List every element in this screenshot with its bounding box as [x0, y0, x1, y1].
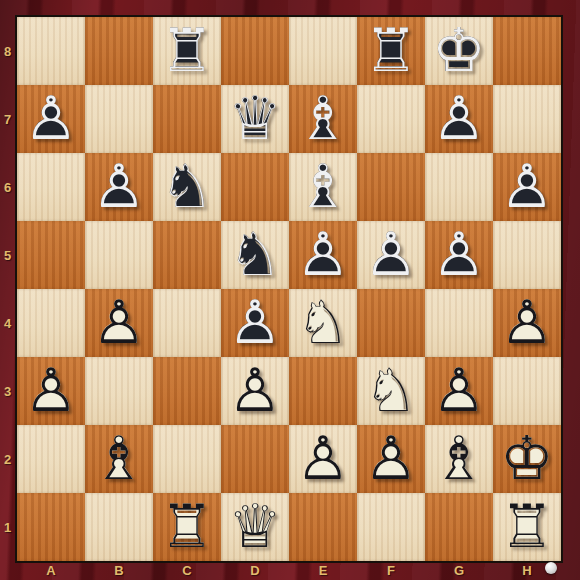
- piece-outline-glyph: ♙: [221, 357, 289, 425]
- square-g2[interactable]: ♝♗: [425, 425, 493, 493]
- square-f7[interactable]: [357, 85, 425, 153]
- square-h6[interactable]: ♟♙: [493, 153, 561, 221]
- piece-white-pawn[interactable]: ♟♙: [221, 357, 289, 425]
- square-g5[interactable]: ♟♙: [425, 221, 493, 289]
- square-h2[interactable]: ♚♔: [493, 425, 561, 493]
- square-c2[interactable]: [153, 425, 221, 493]
- square-c5[interactable]: [153, 221, 221, 289]
- piece-black-pawn[interactable]: ♟♙: [221, 289, 289, 357]
- piece-outline-glyph: ♖: [357, 17, 425, 85]
- piece-black-rook[interactable]: ♜♖: [357, 17, 425, 85]
- square-d3[interactable]: ♟♙: [221, 357, 289, 425]
- square-b7[interactable]: [85, 85, 153, 153]
- square-g8[interactable]: ♚♔: [425, 17, 493, 85]
- piece-white-bishop[interactable]: ♝♗: [85, 425, 153, 493]
- rank-label-6: 6: [0, 153, 15, 221]
- piece-outline-glyph: ♙: [493, 153, 561, 221]
- file-label-f: F: [357, 561, 425, 580]
- square-a3[interactable]: ♟♙: [17, 357, 85, 425]
- square-h1[interactable]: ♜♖: [493, 493, 561, 561]
- piece-outline-glyph: ♖: [153, 17, 221, 85]
- piece-black-pawn[interactable]: ♟♙: [425, 85, 493, 153]
- piece-black-knight[interactable]: ♞♘: [221, 221, 289, 289]
- piece-outline-glyph: ♙: [17, 85, 85, 153]
- piece-outline-glyph: ♔: [425, 17, 493, 85]
- square-a4[interactable]: [17, 289, 85, 357]
- piece-black-pawn[interactable]: ♟♙: [85, 153, 153, 221]
- file-label-c: C: [153, 561, 221, 580]
- piece-outline-glyph: ♗: [85, 425, 153, 493]
- file-label-e: E: [289, 561, 357, 580]
- square-g3[interactable]: ♟♙: [425, 357, 493, 425]
- square-e4[interactable]: ♞♘: [289, 289, 357, 357]
- square-a8[interactable]: [17, 17, 85, 85]
- piece-outline-glyph: ♙: [425, 357, 493, 425]
- piece-white-pawn[interactable]: ♟♙: [289, 425, 357, 493]
- square-b3[interactable]: [85, 357, 153, 425]
- piece-white-rook[interactable]: ♜♖: [153, 493, 221, 561]
- piece-white-knight[interactable]: ♞♘: [357, 357, 425, 425]
- square-g1[interactable]: [425, 493, 493, 561]
- square-h5[interactable]: [493, 221, 561, 289]
- rank-label-3: 3: [0, 357, 15, 425]
- piece-outline-glyph: ♘: [357, 357, 425, 425]
- square-c8[interactable]: ♜♖: [153, 17, 221, 85]
- piece-black-pawn[interactable]: ♟♙: [493, 153, 561, 221]
- square-c3[interactable]: [153, 357, 221, 425]
- square-c4[interactable]: [153, 289, 221, 357]
- piece-white-pawn[interactable]: ♟♙: [357, 425, 425, 493]
- square-f8[interactable]: ♜♖: [357, 17, 425, 85]
- piece-outline-glyph: ♔: [493, 425, 561, 493]
- square-b1[interactable]: [85, 493, 153, 561]
- square-e7[interactable]: ♝♗: [289, 85, 357, 153]
- piece-outline-glyph: ♙: [357, 221, 425, 289]
- piece-white-knight[interactable]: ♞♘: [289, 289, 357, 357]
- piece-black-pawn[interactable]: ♟♙: [357, 221, 425, 289]
- square-e8[interactable]: [289, 17, 357, 85]
- square-d8[interactable]: [221, 17, 289, 85]
- rank-label-1: 1: [0, 493, 15, 561]
- square-h8[interactable]: [493, 17, 561, 85]
- file-label-a: A: [17, 561, 85, 580]
- piece-outline-glyph: ♙: [17, 357, 85, 425]
- square-c6[interactable]: ♞♘: [153, 153, 221, 221]
- file-label-d: D: [221, 561, 289, 580]
- square-a1[interactable]: [17, 493, 85, 561]
- rank-label-8: 8: [0, 17, 15, 85]
- square-b4[interactable]: ♟♙: [85, 289, 153, 357]
- piece-outline-glyph: ♙: [425, 85, 493, 153]
- piece-black-pawn[interactable]: ♟♙: [17, 85, 85, 153]
- piece-outline-glyph: ♘: [221, 221, 289, 289]
- piece-white-pawn[interactable]: ♟♙: [425, 357, 493, 425]
- square-d6[interactable]: [221, 153, 289, 221]
- piece-outline-glyph: ♕: [221, 493, 289, 561]
- piece-white-king[interactable]: ♚♔: [493, 425, 561, 493]
- piece-outline-glyph: ♖: [153, 493, 221, 561]
- rank-label-7: 7: [0, 85, 15, 153]
- square-a7[interactable]: ♟♙: [17, 85, 85, 153]
- square-d7[interactable]: ♛♕: [221, 85, 289, 153]
- piece-outline-glyph: ♙: [289, 221, 357, 289]
- square-g4[interactable]: [425, 289, 493, 357]
- piece-outline-glyph: ♙: [85, 289, 153, 357]
- rank-label-2: 2: [0, 425, 15, 493]
- piece-outline-glyph: ♙: [357, 425, 425, 493]
- piece-outline-glyph: ♗: [289, 85, 357, 153]
- square-f3[interactable]: ♞♘: [357, 357, 425, 425]
- piece-outline-glyph: ♙: [85, 153, 153, 221]
- piece-white-pawn[interactable]: ♟♙: [85, 289, 153, 357]
- square-h7[interactable]: [493, 85, 561, 153]
- square-a6[interactable]: [17, 153, 85, 221]
- piece-black-rook[interactable]: ♜♖: [153, 17, 221, 85]
- square-f2[interactable]: ♟♙: [357, 425, 425, 493]
- square-c7[interactable]: [153, 85, 221, 153]
- square-c1[interactable]: ♜♖: [153, 493, 221, 561]
- square-b5[interactable]: [85, 221, 153, 289]
- piece-outline-glyph: ♙: [289, 425, 357, 493]
- square-a5[interactable]: [17, 221, 85, 289]
- chess-board: ♜♖♜♖♚♔♟♙♛♕♝♗♟♙♟♙♞♘♝♗♟♙♞♘♟♙♟♙♟♙♟♙♟♙♞♘♟♙♟♙…: [17, 17, 561, 561]
- piece-outline-glyph: ♙: [221, 289, 289, 357]
- rank-label-4: 4: [0, 289, 15, 357]
- piece-outline-glyph: ♗: [289, 153, 357, 221]
- square-d2[interactable]: [221, 425, 289, 493]
- square-d5[interactable]: ♞♘: [221, 221, 289, 289]
- square-e6[interactable]: ♝♗: [289, 153, 357, 221]
- piece-white-pawn[interactable]: ♟♙: [493, 289, 561, 357]
- square-e5[interactable]: ♟♙: [289, 221, 357, 289]
- square-b6[interactable]: ♟♙: [85, 153, 153, 221]
- piece-black-pawn[interactable]: ♟♙: [425, 221, 493, 289]
- piece-outline-glyph: ♘: [153, 153, 221, 221]
- square-f1[interactable]: [357, 493, 425, 561]
- square-a2[interactable]: [17, 425, 85, 493]
- square-d4[interactable]: ♟♙: [221, 289, 289, 357]
- piece-black-pawn[interactable]: ♟♙: [289, 221, 357, 289]
- square-b8[interactable]: [85, 17, 153, 85]
- square-e1[interactable]: [289, 493, 357, 561]
- piece-outline-glyph: ♗: [425, 425, 493, 493]
- piece-black-bishop[interactable]: ♝♗: [289, 153, 357, 221]
- piece-black-queen[interactable]: ♛♕: [221, 85, 289, 153]
- piece-outline-glyph: ♙: [493, 289, 561, 357]
- square-e3[interactable]: [289, 357, 357, 425]
- piece-black-bishop[interactable]: ♝♗: [289, 85, 357, 153]
- piece-black-king[interactable]: ♚♔: [425, 17, 493, 85]
- piece-outline-glyph: ♙: [425, 221, 493, 289]
- piece-white-queen[interactable]: ♛♕: [221, 493, 289, 561]
- square-b2[interactable]: ♝♗: [85, 425, 153, 493]
- square-d1[interactable]: ♛♕: [221, 493, 289, 561]
- file-label-b: B: [85, 561, 153, 580]
- square-h3[interactable]: [493, 357, 561, 425]
- piece-white-bishop[interactable]: ♝♗: [425, 425, 493, 493]
- board-frame: ♜♖♜♖♚♔♟♙♛♕♝♗♟♙♟♙♞♘♝♗♟♙♞♘♟♙♟♙♟♙♟♙♟♙♞♘♟♙♟♙…: [15, 15, 563, 563]
- square-g7[interactable]: ♟♙: [425, 85, 493, 153]
- piece-outline-glyph: ♖: [493, 493, 561, 561]
- file-label-g: G: [425, 561, 493, 580]
- piece-outline-glyph: ♘: [289, 289, 357, 357]
- square-f5[interactable]: ♟♙: [357, 221, 425, 289]
- chess-board-window: ♜♖♜♖♚♔♟♙♛♕♝♗♟♙♟♙♞♘♝♗♟♙♞♘♟♙♟♙♟♙♟♙♟♙♞♘♟♙♟♙…: [0, 0, 580, 580]
- square-f6[interactable]: [357, 153, 425, 221]
- rank-label-5: 5: [0, 221, 15, 289]
- white-to-move-indicator: [545, 562, 557, 574]
- piece-black-knight[interactable]: ♞♘: [153, 153, 221, 221]
- square-f4[interactable]: [357, 289, 425, 357]
- square-g6[interactable]: [425, 153, 493, 221]
- piece-white-pawn[interactable]: ♟♙: [17, 357, 85, 425]
- square-e2[interactable]: ♟♙: [289, 425, 357, 493]
- piece-white-rook[interactable]: ♜♖: [493, 493, 561, 561]
- piece-outline-glyph: ♕: [221, 85, 289, 153]
- square-h4[interactable]: ♟♙: [493, 289, 561, 357]
